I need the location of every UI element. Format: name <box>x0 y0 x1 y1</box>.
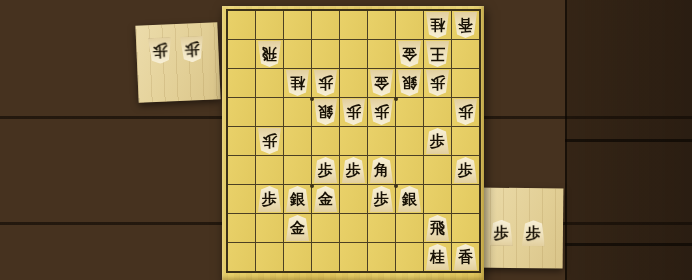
sente-piece-角[interactable]: 角 <box>370 157 393 183</box>
square-9g[interactable] <box>228 185 255 213</box>
square-1i[interactable]: 香 <box>452 243 479 271</box>
square-8d[interactable] <box>256 98 283 126</box>
square-4b[interactable] <box>368 40 395 68</box>
star-point <box>310 184 314 188</box>
square-8c[interactable] <box>256 69 283 97</box>
square-4g[interactable]: 歩 <box>368 185 395 213</box>
gote-piece-金[interactable]: 金 <box>398 41 421 67</box>
table-background: 歩歩 歩歩 桂香飛金王桂歩金銀歩銀歩歩歩歩歩歩歩角歩歩銀金歩銀金飛桂香 <box>0 0 692 280</box>
square-7h[interactable]: 金 <box>284 214 311 242</box>
piece-kanji: 歩 <box>318 76 333 91</box>
piece-kanji: 歩 <box>152 43 168 59</box>
piece-kanji: 金 <box>290 221 305 236</box>
gote-piece-歩[interactable]: 歩 <box>342 99 365 125</box>
gote-piece-歩[interactable]: 歩 <box>454 99 477 125</box>
shogi-board: 桂香飛金王桂歩金銀歩銀歩歩歩歩歩歩歩角歩歩銀金歩銀金飛桂香 <box>222 6 484 280</box>
square-5h[interactable] <box>340 214 367 242</box>
square-2i[interactable]: 桂 <box>424 243 451 271</box>
square-1e[interactable] <box>452 127 479 155</box>
piece-kanji: 角 <box>374 163 389 178</box>
piece-kanji: 飛 <box>430 221 445 236</box>
piece-kanji: 歩 <box>458 105 473 120</box>
gote-piece-歩[interactable]: 歩 <box>180 36 204 63</box>
piece-kanji: 銀 <box>402 192 417 207</box>
square-4i[interactable] <box>368 243 395 271</box>
sente-piece-歩[interactable]: 歩 <box>426 128 449 154</box>
gote-piece-香[interactable]: 香 <box>454 12 477 38</box>
square-4e[interactable] <box>368 127 395 155</box>
square-1f[interactable]: 歩 <box>452 156 479 184</box>
square-8h[interactable] <box>256 214 283 242</box>
square-6g[interactable]: 金 <box>312 185 339 213</box>
square-3c[interactable]: 銀 <box>396 69 423 97</box>
square-7b[interactable] <box>284 40 311 68</box>
piece-kanji: 歩 <box>374 105 389 120</box>
square-7f[interactable] <box>284 156 311 184</box>
square-2d[interactable] <box>424 98 451 126</box>
piece-kanji: 飛 <box>262 47 277 62</box>
sente-piece-歩[interactable]: 歩 <box>342 157 365 183</box>
square-4f[interactable]: 角 <box>368 156 395 184</box>
square-9f[interactable] <box>228 156 255 184</box>
square-3a[interactable] <box>396 11 423 39</box>
square-8i[interactable] <box>256 243 283 271</box>
square-8e[interactable]: 歩 <box>256 127 283 155</box>
square-2b[interactable]: 王 <box>424 40 451 68</box>
sente-hand-pieces: 歩歩 <box>477 188 564 247</box>
square-7d[interactable] <box>284 98 311 126</box>
square-1a[interactable]: 香 <box>452 11 479 39</box>
piece-kanji: 歩 <box>430 134 445 149</box>
sente-piece-歩[interactable]: 歩 <box>314 157 337 183</box>
gote-piece-王[interactable]: 王 <box>426 41 449 67</box>
square-5c[interactable] <box>340 69 367 97</box>
sente-piece-歩[interactable]: 歩 <box>258 186 281 212</box>
gote-piece-桂[interactable]: 桂 <box>286 70 309 96</box>
sente-piece-銀[interactable]: 銀 <box>286 186 309 212</box>
square-3f[interactable] <box>396 156 423 184</box>
piece-kanji: 桂 <box>290 76 305 91</box>
piece-kanji: 歩 <box>262 134 277 149</box>
square-5f[interactable]: 歩 <box>340 156 367 184</box>
sente-piece-歩[interactable]: 歩 <box>522 220 545 246</box>
gote-komadai: 歩歩 <box>135 22 220 103</box>
sente-piece-金[interactable]: 金 <box>314 186 337 212</box>
sente-piece-桂[interactable]: 桂 <box>426 244 449 270</box>
gote-piece-銀[interactable]: 銀 <box>398 70 421 96</box>
square-7a[interactable] <box>284 11 311 39</box>
square-7c[interactable]: 桂 <box>284 69 311 97</box>
square-7i[interactable] <box>284 243 311 271</box>
piece-kanji: 歩 <box>458 163 473 178</box>
gote-piece-桂[interactable]: 桂 <box>426 12 449 38</box>
piece-kanji: 歩 <box>374 192 389 207</box>
gote-piece-歩[interactable]: 歩 <box>426 70 449 96</box>
piece-kanji: 歩 <box>318 163 333 178</box>
piece-kanji: 銀 <box>402 76 417 91</box>
sente-piece-歩[interactable]: 歩 <box>490 220 513 246</box>
square-6d[interactable]: 銀 <box>312 98 339 126</box>
square-3i[interactable] <box>396 243 423 271</box>
square-5a[interactable] <box>340 11 367 39</box>
piece-kanji: 歩 <box>184 42 200 58</box>
piece-kanji: 歩 <box>346 105 361 120</box>
square-4c[interactable]: 金 <box>368 69 395 97</box>
square-5d[interactable]: 歩 <box>340 98 367 126</box>
square-6f[interactable]: 歩 <box>312 156 339 184</box>
piece-kanji: 銀 <box>290 192 305 207</box>
gote-piece-銀[interactable]: 銀 <box>314 99 337 125</box>
square-8a[interactable] <box>256 11 283 39</box>
sente-piece-金[interactable]: 金 <box>286 215 309 241</box>
board-grid: 桂香飛金王桂歩金銀歩銀歩歩歩歩歩歩歩角歩歩銀金歩銀金飛桂香 <box>226 9 481 273</box>
square-9h[interactable] <box>228 214 255 242</box>
piece-kanji: 桂 <box>430 250 445 265</box>
gote-piece-飛[interactable]: 飛 <box>258 41 281 67</box>
gote-piece-歩[interactable]: 歩 <box>370 99 393 125</box>
square-9c[interactable] <box>228 69 255 97</box>
square-3e[interactable] <box>396 127 423 155</box>
piece-kanji: 桂 <box>430 18 445 33</box>
square-6i[interactable] <box>312 243 339 271</box>
square-8f[interactable] <box>256 156 283 184</box>
gote-piece-歩[interactable]: 歩 <box>148 37 172 64</box>
square-6b[interactable] <box>312 40 339 68</box>
square-4h[interactable] <box>368 214 395 242</box>
piece-kanji: 王 <box>430 47 445 62</box>
square-5b[interactable] <box>340 40 367 68</box>
square-5i[interactable] <box>340 243 367 271</box>
piece-kanji: 歩 <box>430 76 445 91</box>
square-1c[interactable] <box>452 69 479 97</box>
square-9d[interactable] <box>228 98 255 126</box>
square-6c[interactable]: 歩 <box>312 69 339 97</box>
sente-piece-歩[interactable]: 歩 <box>454 157 477 183</box>
square-7g[interactable]: 銀 <box>284 185 311 213</box>
square-4a[interactable] <box>368 11 395 39</box>
gote-piece-歩[interactable]: 歩 <box>258 128 281 154</box>
star-point <box>394 184 398 188</box>
piece-kanji: 金 <box>402 47 417 62</box>
gote-piece-歩[interactable]: 歩 <box>314 70 337 96</box>
sente-piece-歩[interactable]: 歩 <box>370 186 393 212</box>
square-3h[interactable] <box>396 214 423 242</box>
square-7e[interactable] <box>284 127 311 155</box>
square-1b[interactable] <box>452 40 479 68</box>
square-3b[interactable]: 金 <box>396 40 423 68</box>
piece-kanji: 歩 <box>262 192 277 207</box>
sente-piece-香[interactable]: 香 <box>454 244 477 270</box>
square-1d[interactable]: 歩 <box>452 98 479 126</box>
square-9i[interactable] <box>228 243 255 271</box>
star-point <box>310 97 314 101</box>
square-2a[interactable]: 桂 <box>424 11 451 39</box>
square-9e[interactable] <box>228 127 255 155</box>
square-1g[interactable] <box>452 185 479 213</box>
sente-komadai: 歩歩 <box>477 188 564 269</box>
square-2f[interactable] <box>424 156 451 184</box>
sente-piece-銀[interactable]: 銀 <box>398 186 421 212</box>
square-2c[interactable]: 歩 <box>424 69 451 97</box>
square-2e[interactable]: 歩 <box>424 127 451 155</box>
square-5g[interactable] <box>340 185 367 213</box>
square-8g[interactable]: 歩 <box>256 185 283 213</box>
gote-hand-pieces: 歩歩 <box>135 22 219 65</box>
piece-kanji: 金 <box>318 192 333 207</box>
piece-kanji: 歩 <box>494 225 509 240</box>
square-9b[interactable] <box>228 40 255 68</box>
square-3g[interactable]: 銀 <box>396 185 423 213</box>
square-1h[interactable] <box>452 214 479 242</box>
square-6h[interactable] <box>312 214 339 242</box>
piece-kanji: 歩 <box>346 163 361 178</box>
square-2g[interactable] <box>424 185 451 213</box>
piece-kanji: 香 <box>458 250 473 265</box>
square-5e[interactable] <box>340 127 367 155</box>
star-point <box>394 97 398 101</box>
square-9a[interactable] <box>228 11 255 39</box>
piece-kanji: 香 <box>458 18 473 33</box>
square-4d[interactable]: 歩 <box>368 98 395 126</box>
square-8b[interactable]: 飛 <box>256 40 283 68</box>
gote-piece-金[interactable]: 金 <box>370 70 393 96</box>
square-6e[interactable] <box>312 127 339 155</box>
square-6a[interactable] <box>312 11 339 39</box>
square-2h[interactable]: 飛 <box>424 214 451 242</box>
sente-piece-飛[interactable]: 飛 <box>426 215 449 241</box>
piece-kanji: 銀 <box>318 105 333 120</box>
piece-kanji: 歩 <box>526 226 541 241</box>
piece-kanji: 金 <box>374 76 389 91</box>
square-3d[interactable] <box>396 98 423 126</box>
